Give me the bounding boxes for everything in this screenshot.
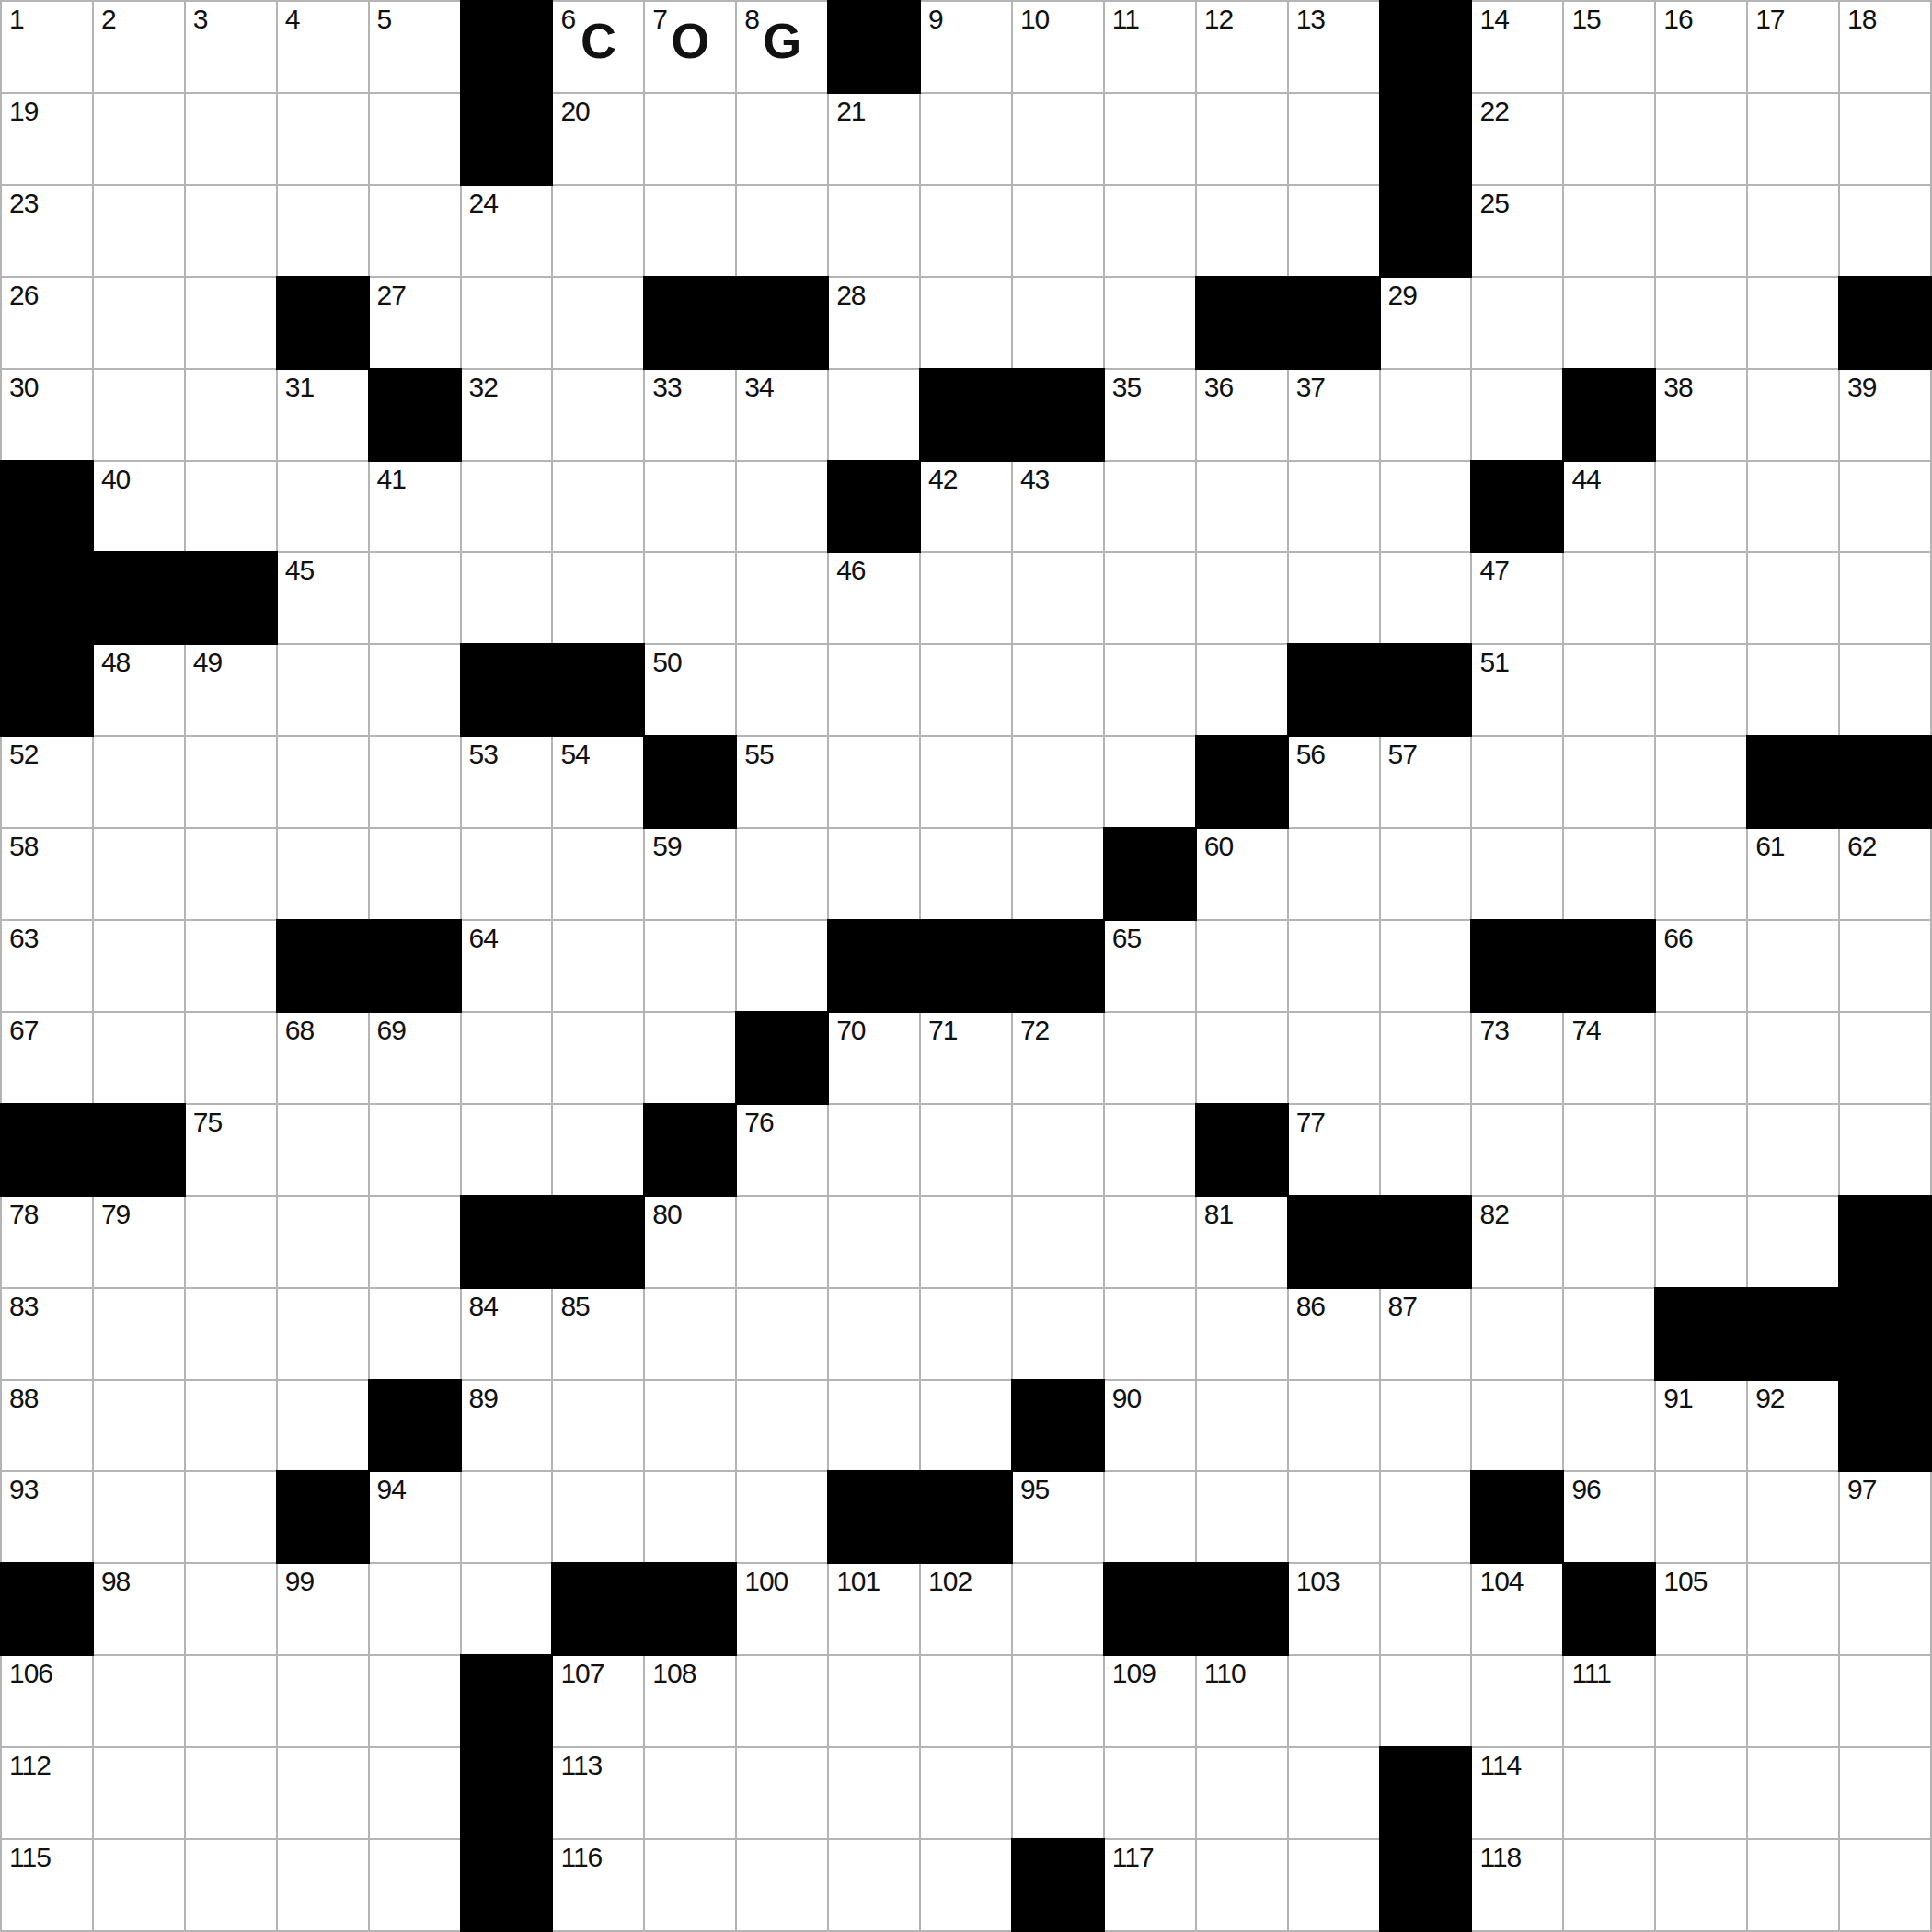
cell-r4c1[interactable] [94,370,184,460]
cell-r18c10[interactable] [921,1656,1011,1746]
cell-r16c12[interactable] [1105,1472,1195,1562]
cell-r3c17[interactable] [1564,278,1654,368]
cell-r11c20[interactable] [1840,1013,1930,1103]
cell-r15c17[interactable] [1564,1381,1654,1471]
cell-r15c18[interactable]: 91 [1656,1381,1746,1471]
cell-r1c8[interactable] [737,94,827,184]
cell-r15c8[interactable] [737,1381,827,1471]
cell-r17c1[interactable]: 98 [94,1564,184,1654]
cell-r1c2[interactable] [186,94,276,184]
cell-r0c10[interactable]: 9 [921,2,1011,92]
cell-r4c19[interactable] [1748,370,1838,460]
cell-r18c11[interactable] [1013,1656,1103,1746]
cell-r3c6[interactable] [553,278,643,368]
cell-r15c0[interactable]: 88 [2,1381,92,1471]
cell-r13c17[interactable] [1564,1197,1654,1287]
cell-r13c10[interactable] [921,1197,1011,1287]
cell-r1c20[interactable] [1840,94,1930,184]
cell-r19c12[interactable] [1105,1748,1195,1838]
cell-r9c7[interactable]: 59 [645,829,735,919]
cell-r18c6[interactable]: 107 [553,1656,643,1746]
cell-r11c3[interactable]: 68 [278,1013,368,1103]
cell-r18c17[interactable]: 111 [1564,1656,1654,1746]
cell-r8c12[interactable] [1105,737,1195,827]
cell-r5c18[interactable] [1656,462,1746,552]
cell-r9c17[interactable] [1564,829,1654,919]
cell-r19c4[interactable] [370,1748,460,1838]
cell-r3c11[interactable] [1013,278,1103,368]
cell-r17c18[interactable]: 105 [1656,1564,1746,1654]
cell-r8c3[interactable] [278,737,368,827]
cell-r1c11[interactable] [1013,94,1103,184]
cell-r20c0[interactable]: 115 [2,1840,92,1930]
cell-r3c0[interactable]: 26 [2,278,92,368]
cell-r14c5[interactable]: 84 [462,1289,552,1379]
cell-r20c7[interactable] [645,1840,735,1930]
cell-r15c15[interactable] [1381,1381,1471,1471]
cell-r7c1[interactable]: 48 [94,645,184,735]
cell-r20c16[interactable]: 118 [1472,1840,1562,1930]
cell-r20c6[interactable]: 116 [553,1840,643,1930]
cell-r7c17[interactable] [1564,645,1654,735]
cell-r15c6[interactable] [553,1381,643,1471]
cell-r16c7[interactable] [645,1472,735,1562]
cell-r3c19[interactable] [1748,278,1838,368]
cell-r2c2[interactable] [186,186,276,276]
cell-r9c8[interactable] [737,829,827,919]
cell-r11c15[interactable] [1381,1013,1471,1103]
cell-r0c7[interactable]: 7O [645,2,735,92]
cell-r19c20[interactable] [1840,1748,1930,1838]
cell-r0c8[interactable]: 8G [737,2,827,92]
cell-r3c12[interactable] [1105,278,1195,368]
cell-r13c4[interactable] [370,1197,460,1287]
cell-r18c19[interactable] [1748,1656,1838,1746]
cell-r0c3[interactable]: 4 [278,2,368,92]
cell-r3c15[interactable]: 29 [1381,278,1471,368]
cell-r18c2[interactable] [186,1656,276,1746]
cell-r1c13[interactable] [1197,94,1287,184]
cell-r3c2[interactable] [186,278,276,368]
cell-r13c9[interactable] [829,1197,919,1287]
cell-r5c4[interactable]: 41 [370,462,460,552]
cell-r18c8[interactable] [737,1656,827,1746]
cell-r0c14[interactable]: 13 [1289,2,1379,92]
cell-r16c6[interactable] [553,1472,643,1562]
cell-r19c19[interactable] [1748,1748,1838,1838]
cell-r18c16[interactable] [1472,1656,1562,1746]
cell-r10c0[interactable]: 63 [2,921,92,1011]
cell-r10c19[interactable] [1748,921,1838,1011]
cell-r20c12[interactable]: 117 [1105,1840,1195,1930]
cell-r11c6[interactable] [553,1013,643,1103]
cell-r0c11[interactable]: 10 [1013,2,1103,92]
cell-r15c5[interactable]: 89 [462,1381,552,1471]
cell-r13c8[interactable] [737,1197,827,1287]
cell-r6c19[interactable] [1748,553,1838,643]
cell-r4c0[interactable]: 30 [2,370,92,460]
cell-r17c8[interactable]: 100 [737,1564,827,1654]
cell-r1c0[interactable]: 19 [2,94,92,184]
cell-r8c17[interactable] [1564,737,1654,827]
cell-r6c3[interactable]: 45 [278,553,368,643]
cell-r9c16[interactable] [1472,829,1562,919]
cell-r19c18[interactable] [1656,1748,1746,1838]
cell-r17c10[interactable]: 102 [921,1564,1011,1654]
cell-r18c1[interactable] [94,1656,184,1746]
cell-r2c13[interactable] [1197,186,1287,276]
cell-r18c20[interactable] [1840,1656,1930,1746]
cell-r19c1[interactable] [94,1748,184,1838]
cell-r12c6[interactable] [553,1105,643,1195]
cell-r19c8[interactable] [737,1748,827,1838]
cell-r4c6[interactable] [553,370,643,460]
cell-r7c7[interactable]: 50 [645,645,735,735]
cell-r18c14[interactable] [1289,1656,1379,1746]
cell-r5c15[interactable] [1381,462,1471,552]
cell-r11c12[interactable] [1105,1013,1195,1103]
cell-r8c1[interactable] [94,737,184,827]
cell-r6c5[interactable] [462,553,552,643]
cell-r6c15[interactable] [1381,553,1471,643]
cell-r2c14[interactable] [1289,186,1379,276]
cell-r4c12[interactable]: 35 [1105,370,1195,460]
cell-r18c18[interactable] [1656,1656,1746,1746]
cell-r16c18[interactable] [1656,1472,1746,1562]
cell-r5c19[interactable] [1748,462,1838,552]
cell-r19c6[interactable]: 113 [553,1748,643,1838]
cell-r4c7[interactable]: 33 [645,370,735,460]
cell-r7c2[interactable]: 49 [186,645,276,735]
cell-r16c1[interactable] [94,1472,184,1562]
cell-r9c18[interactable] [1656,829,1746,919]
cell-r5c8[interactable] [737,462,827,552]
cell-r9c10[interactable] [921,829,1011,919]
cell-r17c5[interactable] [462,1564,552,1654]
cell-r9c11[interactable] [1013,829,1103,919]
cell-r14c14[interactable]: 86 [1289,1289,1379,1379]
cell-r13c19[interactable] [1748,1197,1838,1287]
cell-r8c18[interactable] [1656,737,1746,827]
cell-r5c2[interactable] [186,462,276,552]
cell-r14c1[interactable] [94,1289,184,1379]
cell-r5c1[interactable]: 40 [94,462,184,552]
cell-r12c10[interactable] [921,1105,1011,1195]
cell-r20c13[interactable] [1197,1840,1287,1930]
cell-r11c14[interactable] [1289,1013,1379,1103]
cell-r6c18[interactable] [1656,553,1746,643]
cell-r11c2[interactable] [186,1013,276,1103]
cell-r2c8[interactable] [737,186,827,276]
cell-r10c13[interactable] [1197,921,1287,1011]
cell-r6c17[interactable] [1564,553,1654,643]
cell-r2c4[interactable] [370,186,460,276]
cell-r2c10[interactable] [921,186,1011,276]
cell-r3c5[interactable] [462,278,552,368]
cell-r13c7[interactable]: 80 [645,1197,735,1287]
cell-r17c4[interactable] [370,1564,460,1654]
cell-r12c18[interactable] [1656,1105,1746,1195]
cell-r20c8[interactable] [737,1840,827,1930]
cell-r8c0[interactable]: 52 [2,737,92,827]
cell-r5c7[interactable] [645,462,735,552]
cell-r1c1[interactable] [94,94,184,184]
cell-r17c3[interactable]: 99 [278,1564,368,1654]
cell-r14c16[interactable] [1472,1289,1562,1379]
cell-r1c6[interactable]: 20 [553,94,643,184]
cell-r15c1[interactable] [94,1381,184,1471]
cell-r4c3[interactable]: 31 [278,370,368,460]
cell-r6c9[interactable]: 46 [829,553,919,643]
cell-r0c13[interactable]: 12 [1197,2,1287,92]
cell-r3c18[interactable] [1656,278,1746,368]
cell-r3c9[interactable]: 28 [829,278,919,368]
cell-r5c20[interactable] [1840,462,1930,552]
cell-r8c4[interactable] [370,737,460,827]
cell-r10c12[interactable]: 65 [1105,921,1195,1011]
cell-r0c17[interactable]: 15 [1564,2,1654,92]
cell-r2c20[interactable] [1840,186,1930,276]
cell-r16c8[interactable] [737,1472,827,1562]
cell-r8c2[interactable] [186,737,276,827]
cell-r20c2[interactable] [186,1840,276,1930]
cell-r1c17[interactable] [1564,94,1654,184]
cell-r12c15[interactable] [1381,1105,1471,1195]
cell-r1c9[interactable]: 21 [829,94,919,184]
cell-r11c18[interactable] [1656,1013,1746,1103]
cell-r17c14[interactable]: 103 [1289,1564,1379,1654]
cell-r15c10[interactable] [921,1381,1011,1471]
cell-r17c20[interactable] [1840,1564,1930,1654]
cell-r12c3[interactable] [278,1105,368,1195]
cell-r14c17[interactable] [1564,1289,1654,1379]
cell-r12c9[interactable] [829,1105,919,1195]
cell-r12c12[interactable] [1105,1105,1195,1195]
cell-r5c5[interactable] [462,462,552,552]
cell-r19c16[interactable]: 114 [1472,1748,1562,1838]
cell-r1c14[interactable] [1289,94,1379,184]
cell-r2c3[interactable] [278,186,368,276]
cell-r4c9[interactable] [829,370,919,460]
cell-r6c4[interactable] [370,553,460,643]
cell-r9c13[interactable]: 60 [1197,829,1287,919]
cell-r15c2[interactable] [186,1381,276,1471]
cell-r16c17[interactable]: 96 [1564,1472,1654,1562]
cell-r0c1[interactable]: 2 [94,2,184,92]
cell-r6c10[interactable] [921,553,1011,643]
cell-r1c7[interactable] [645,94,735,184]
cell-r1c19[interactable] [1748,94,1838,184]
cell-r20c18[interactable] [1656,1840,1746,1930]
cell-r8c16[interactable] [1472,737,1562,827]
cell-r19c2[interactable] [186,1748,276,1838]
cell-r10c8[interactable] [737,921,827,1011]
cell-r8c10[interactable] [921,737,1011,827]
cell-r9c15[interactable] [1381,829,1471,919]
cell-r12c19[interactable] [1748,1105,1838,1195]
cell-r14c11[interactable] [1013,1289,1103,1379]
cell-r18c12[interactable]: 109 [1105,1656,1195,1746]
cell-r5c14[interactable] [1289,462,1379,552]
cell-r2c17[interactable] [1564,186,1654,276]
cell-r7c3[interactable] [278,645,368,735]
cell-r12c5[interactable] [462,1105,552,1195]
cell-r2c7[interactable] [645,186,735,276]
cell-r11c17[interactable]: 74 [1564,1013,1654,1103]
cell-r0c12[interactable]: 11 [1105,2,1195,92]
cell-r8c15[interactable]: 57 [1381,737,1471,827]
cell-r20c3[interactable] [278,1840,368,1930]
cell-r14c0[interactable]: 83 [2,1289,92,1379]
cell-r13c11[interactable] [1013,1197,1103,1287]
cell-r16c14[interactable] [1289,1472,1379,1562]
cell-r1c16[interactable]: 22 [1472,94,1562,184]
cell-r9c19[interactable]: 61 [1748,829,1838,919]
cell-r9c3[interactable] [278,829,368,919]
cell-r16c11[interactable]: 95 [1013,1472,1103,1562]
cell-r2c5[interactable]: 24 [462,186,552,276]
cell-r14c2[interactable] [186,1289,276,1379]
cell-r5c17[interactable]: 44 [1564,462,1654,552]
cell-r11c7[interactable] [645,1013,735,1103]
cell-r4c8[interactable]: 34 [737,370,827,460]
cell-r6c12[interactable] [1105,553,1195,643]
cell-r16c19[interactable] [1748,1472,1838,1562]
cell-r10c18[interactable]: 66 [1656,921,1746,1011]
cell-r0c4[interactable]: 5 [370,2,460,92]
cell-r12c16[interactable] [1472,1105,1562,1195]
cell-r10c14[interactable] [1289,921,1379,1011]
cell-r14c4[interactable] [370,1289,460,1379]
cell-r14c9[interactable] [829,1289,919,1379]
cell-r14c15[interactable]: 87 [1381,1289,1471,1379]
cell-r15c14[interactable] [1289,1381,1379,1471]
cell-r5c3[interactable] [278,462,368,552]
cell-r16c2[interactable] [186,1472,276,1562]
cell-r0c16[interactable]: 14 [1472,2,1562,92]
cell-r7c19[interactable] [1748,645,1838,735]
cell-r19c17[interactable] [1564,1748,1654,1838]
cell-r0c20[interactable]: 18 [1840,2,1930,92]
cell-r16c13[interactable] [1197,1472,1287,1562]
cell-r5c12[interactable] [1105,462,1195,552]
cell-r8c9[interactable] [829,737,919,827]
cell-r20c9[interactable] [829,1840,919,1930]
cell-r6c14[interactable] [1289,553,1379,643]
cell-r7c12[interactable] [1105,645,1195,735]
cell-r3c1[interactable] [94,278,184,368]
cell-r0c6[interactable]: 6C [553,2,643,92]
cell-r16c5[interactable] [462,1472,552,1562]
cell-r2c0[interactable]: 23 [2,186,92,276]
cell-r10c15[interactable] [1381,921,1471,1011]
cell-r4c20[interactable]: 39 [1840,370,1930,460]
cell-r4c14[interactable]: 37 [1289,370,1379,460]
cell-r14c13[interactable] [1197,1289,1287,1379]
cell-r2c11[interactable] [1013,186,1103,276]
cell-r6c13[interactable] [1197,553,1287,643]
cell-r11c4[interactable]: 69 [370,1013,460,1103]
cell-r3c10[interactable] [921,278,1011,368]
cell-r11c5[interactable] [462,1013,552,1103]
cell-r8c11[interactable] [1013,737,1103,827]
cell-r10c5[interactable]: 64 [462,921,552,1011]
cell-r6c11[interactable] [1013,553,1103,643]
cell-r20c10[interactable] [921,1840,1011,1930]
cell-r13c0[interactable]: 78 [2,1197,92,1287]
cell-r1c3[interactable] [278,94,368,184]
cell-r8c5[interactable]: 53 [462,737,552,827]
cell-r6c7[interactable] [645,553,735,643]
cell-r9c0[interactable]: 58 [2,829,92,919]
cell-r4c13[interactable]: 36 [1197,370,1287,460]
cell-r4c16[interactable] [1472,370,1562,460]
cell-r10c6[interactable] [553,921,643,1011]
cell-r17c9[interactable]: 101 [829,1564,919,1654]
cell-r8c14[interactable]: 56 [1289,737,1379,827]
cell-r11c10[interactable]: 71 [921,1013,1011,1103]
cell-r17c11[interactable] [1013,1564,1103,1654]
cell-r20c19[interactable] [1748,1840,1838,1930]
cell-r19c0[interactable]: 112 [2,1748,92,1838]
cell-r0c0[interactable]: 1 [2,2,92,92]
cell-r7c10[interactable] [921,645,1011,735]
cell-r19c9[interactable] [829,1748,919,1838]
cell-r7c20[interactable] [1840,645,1930,735]
cell-r15c12[interactable]: 90 [1105,1381,1195,1471]
cell-r14c12[interactable] [1105,1289,1195,1379]
cell-r12c2[interactable]: 75 [186,1105,276,1195]
cell-r2c19[interactable] [1748,186,1838,276]
cell-r7c18[interactable] [1656,645,1746,735]
cell-r11c13[interactable] [1197,1013,1287,1103]
cell-r13c16[interactable]: 82 [1472,1197,1562,1287]
cell-r15c9[interactable] [829,1381,919,1471]
cell-r19c14[interactable] [1289,1748,1379,1838]
cell-r16c0[interactable]: 93 [2,1472,92,1562]
cell-r7c11[interactable] [1013,645,1103,735]
cell-r20c20[interactable] [1840,1840,1930,1930]
cell-r16c4[interactable]: 94 [370,1472,460,1562]
cell-r8c6[interactable]: 54 [553,737,643,827]
cell-r2c12[interactable] [1105,186,1195,276]
cell-r15c7[interactable] [645,1381,735,1471]
cell-r18c4[interactable] [370,1656,460,1746]
cell-r9c9[interactable] [829,829,919,919]
cell-r2c16[interactable]: 25 [1472,186,1562,276]
cell-r11c11[interactable]: 72 [1013,1013,1103,1103]
cell-r2c6[interactable] [553,186,643,276]
cell-r19c10[interactable] [921,1748,1011,1838]
cell-r7c13[interactable] [1197,645,1287,735]
cell-r11c9[interactable]: 70 [829,1013,919,1103]
cell-r20c14[interactable] [1289,1840,1379,1930]
cell-r14c6[interactable]: 85 [553,1289,643,1379]
cell-r14c10[interactable] [921,1289,1011,1379]
cell-r4c18[interactable]: 38 [1656,370,1746,460]
cell-r9c1[interactable] [94,829,184,919]
cell-r10c20[interactable] [1840,921,1930,1011]
cell-r17c15[interactable] [1381,1564,1471,1654]
cell-r13c13[interactable]: 81 [1197,1197,1287,1287]
cell-r13c2[interactable] [186,1197,276,1287]
cell-r18c3[interactable] [278,1656,368,1746]
cell-r20c17[interactable] [1564,1840,1654,1930]
cell-r7c4[interactable] [370,645,460,735]
cell-r10c1[interactable] [94,921,184,1011]
cell-r9c20[interactable]: 62 [1840,829,1930,919]
cell-r18c13[interactable]: 110 [1197,1656,1287,1746]
